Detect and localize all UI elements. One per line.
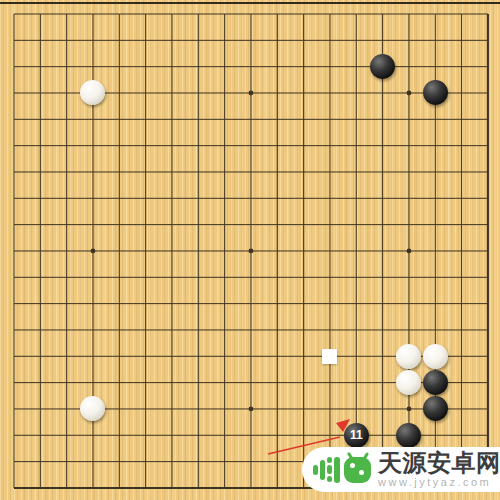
site-watermark: 天源安卓网 www.jytyaz.com	[302, 447, 500, 492]
watermark-site-url: www.jytyaz.com	[378, 477, 500, 488]
logo-bar-segments	[327, 457, 332, 482]
android-head-icon	[344, 457, 371, 483]
black-stone	[423, 80, 448, 105]
white-square-marker	[322, 349, 337, 364]
logo-bar	[320, 460, 325, 480]
black-stone: 11	[344, 423, 369, 448]
watermark-site-name: 天源安卓网	[378, 451, 500, 475]
go-app-screen: 11 天源安卓网 www.jytyaz.com	[0, 0, 500, 500]
white-stone	[396, 344, 421, 369]
white-stone	[80, 396, 105, 421]
black-stone	[423, 370, 448, 395]
logo-bar	[313, 465, 318, 475]
black-stone	[370, 54, 395, 79]
white-stone	[80, 80, 105, 105]
android-eye	[359, 470, 364, 475]
android-logo-icon	[313, 457, 371, 483]
logo-bar	[334, 457, 340, 483]
go-board[interactable]: 11	[1, 1, 500, 500]
black-stone	[423, 396, 448, 421]
white-stone	[423, 344, 448, 369]
android-eye	[350, 463, 355, 468]
black-stone	[396, 423, 421, 448]
white-stone	[396, 370, 421, 395]
move-number-label: 11	[350, 429, 363, 441]
